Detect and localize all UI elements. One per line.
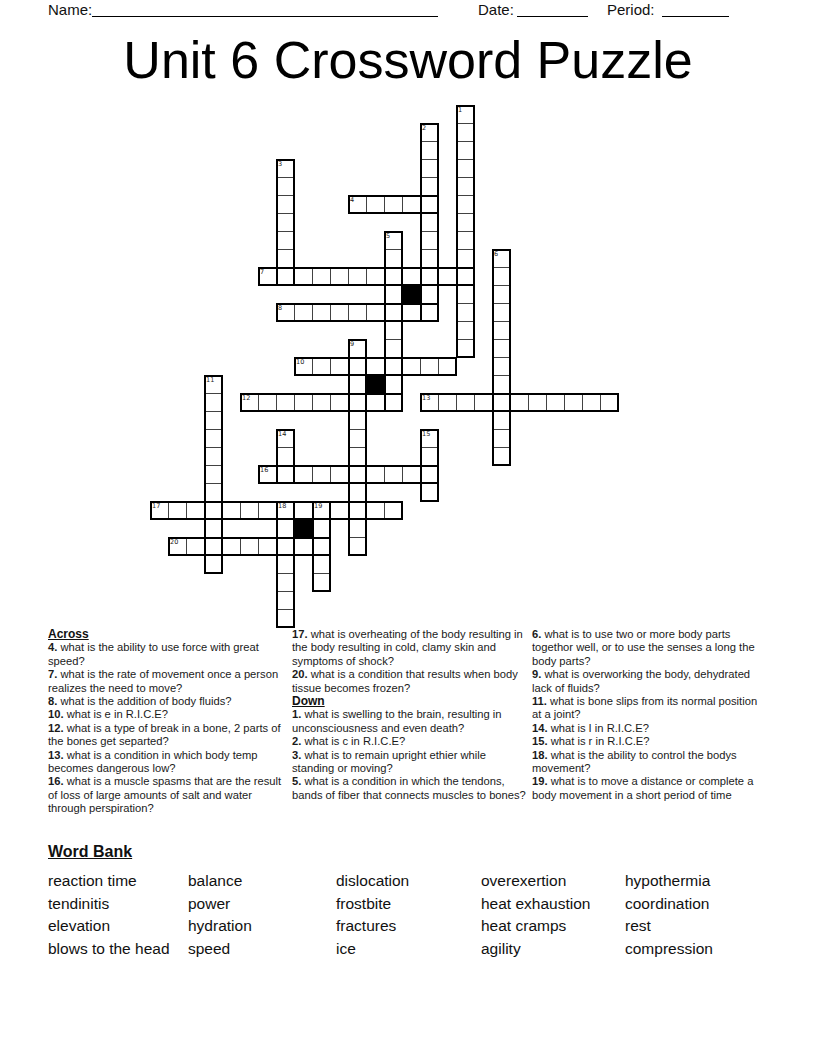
grid-cell[interactable] xyxy=(204,375,223,394)
grid-cell[interactable] xyxy=(348,411,367,430)
grid-cell[interactable] xyxy=(456,195,475,214)
grid-cell[interactable] xyxy=(276,393,295,412)
grid-cell[interactable] xyxy=(276,501,295,520)
grid-cell[interactable] xyxy=(330,267,349,286)
grid-cell[interactable] xyxy=(276,267,295,286)
grid-cell[interactable] xyxy=(456,231,475,250)
grid-cell[interactable] xyxy=(456,141,475,160)
grid-cell[interactable] xyxy=(348,447,367,466)
grid-cell[interactable] xyxy=(276,177,295,196)
grid-cell[interactable] xyxy=(294,303,313,322)
clue-across-16: 16. what is a muscle spasms that are the… xyxy=(48,775,284,815)
clue-down-19: 19. what is to move a distance or comple… xyxy=(532,775,768,802)
grid-cell[interactable] xyxy=(294,501,313,520)
grid-cell[interactable] xyxy=(402,267,421,286)
grid-cell[interactable] xyxy=(222,501,241,520)
grid-cell[interactable] xyxy=(366,501,385,520)
grid-cell[interactable] xyxy=(474,393,493,412)
grid-cell[interactable] xyxy=(168,537,187,556)
grid-cell[interactable] xyxy=(276,519,295,538)
grid-cell[interactable] xyxy=(456,213,475,232)
grid-cell[interactable] xyxy=(258,393,277,412)
grid-cell[interactable] xyxy=(258,465,277,484)
grid-cell[interactable] xyxy=(492,393,511,412)
grid-cell[interactable] xyxy=(456,393,475,412)
clue-down-18: 18. what is the ability to control the b… xyxy=(532,749,768,776)
grid-cell[interactable] xyxy=(420,393,439,412)
grid-cell[interactable] xyxy=(312,303,331,322)
grid-cell[interactable] xyxy=(240,537,259,556)
clue-column-2: 17. what is overheating of the body resu… xyxy=(292,628,528,802)
clue-column-1: Across4. what is the ability to use forc… xyxy=(48,628,284,816)
grid-cell[interactable] xyxy=(366,195,385,214)
word-bank-item: power xyxy=(188,895,336,918)
word-bank-item: agility xyxy=(481,940,625,963)
grid-cell[interactable] xyxy=(204,447,223,466)
grid-cell[interactable] xyxy=(348,393,367,412)
clue-column-3: 6. what is to use two or more body parts… xyxy=(532,628,768,802)
grid-cell[interactable] xyxy=(294,267,313,286)
grid-cell[interactable] xyxy=(492,375,511,394)
grid-cell[interactable] xyxy=(420,267,439,286)
grid-cell[interactable] xyxy=(186,537,205,556)
grid-cell[interactable] xyxy=(384,501,403,520)
word-bank-item: reaction time xyxy=(48,872,188,895)
grid-cell[interactable] xyxy=(492,285,511,304)
grid-cell[interactable] xyxy=(294,393,313,412)
grid-cell[interactable] xyxy=(384,393,403,412)
grid-cell[interactable] xyxy=(258,267,277,286)
word-bank: Word Bank reaction timebalancedislocatio… xyxy=(48,843,778,962)
grid-cell[interactable] xyxy=(276,465,295,484)
grid-cell[interactable] xyxy=(204,483,223,502)
grid-cell[interactable] xyxy=(366,303,385,322)
grid-cell[interactable] xyxy=(384,375,403,394)
grid-cell[interactable] xyxy=(420,141,439,160)
grid-cell[interactable] xyxy=(168,501,187,520)
grid-cell[interactable] xyxy=(438,267,457,286)
grid-cell[interactable] xyxy=(420,483,439,502)
word-bank-item: rest xyxy=(625,917,778,940)
grid-cell[interactable] xyxy=(222,537,241,556)
grid-cell[interactable] xyxy=(348,537,367,556)
word-bank-grid: reaction timebalancedislocationoverexert… xyxy=(48,872,778,962)
grid-cell[interactable] xyxy=(276,195,295,214)
grid-cell[interactable] xyxy=(312,537,331,556)
grid-cell[interactable] xyxy=(204,429,223,448)
grid-cell[interactable] xyxy=(348,519,367,538)
clue-down-2: 2. what is c in R.I.C.E? xyxy=(292,735,528,748)
word-bank-item: heat exhaustion xyxy=(481,895,625,918)
down-clues-header: Down xyxy=(292,695,528,708)
grid-cell[interactable] xyxy=(186,501,205,520)
clue-across-17: 17. what is overheating of the body resu… xyxy=(292,628,528,668)
grid-cell[interactable] xyxy=(204,555,223,574)
grid-cell[interactable] xyxy=(492,321,511,340)
grid-cell[interactable] xyxy=(312,393,331,412)
grid-cell[interactable] xyxy=(528,393,547,412)
clue-across-12: 12. what is a type of break in a bone, 2… xyxy=(48,722,284,749)
grid-cell[interactable] xyxy=(294,465,313,484)
grid-cell[interactable] xyxy=(600,393,619,412)
grid-cell[interactable] xyxy=(420,249,439,268)
grid-cell[interactable] xyxy=(384,267,403,286)
word-bank-item: elevation xyxy=(48,917,188,940)
grid-cell[interactable] xyxy=(420,231,439,250)
grid-cell[interactable] xyxy=(402,465,421,484)
word-bank-header: Word Bank xyxy=(48,843,778,861)
word-bank-item: hypothermia xyxy=(625,872,778,895)
grid-cell[interactable] xyxy=(420,195,439,214)
grid-cell[interactable] xyxy=(420,447,439,466)
grid-cell[interactable] xyxy=(276,591,295,610)
grid-cell[interactable] xyxy=(204,501,223,520)
word-bank-item: frostbite xyxy=(336,895,481,918)
black-cell xyxy=(294,519,313,538)
clue-down-6: 6. what is to use two or more body parts… xyxy=(532,628,768,668)
grid-cell[interactable] xyxy=(546,393,565,412)
grid-cell[interactable] xyxy=(420,303,439,322)
grid-cell[interactable] xyxy=(420,357,439,376)
grid-cell[interactable] xyxy=(492,447,511,466)
word-bank-item: coordination xyxy=(625,895,778,918)
clue-down-15: 15. what is r in R.I.C.E? xyxy=(532,735,768,748)
clue-down-3: 3. what is to remain upright ethier whil… xyxy=(292,749,528,776)
word-bank-item: overexertion xyxy=(481,872,625,895)
grid-cell[interactable] xyxy=(312,555,331,574)
grid-cell[interactable] xyxy=(330,465,349,484)
date-blank[interactable] xyxy=(517,3,588,17)
grid-cell[interactable] xyxy=(456,339,475,358)
grid-cell[interactable] xyxy=(276,303,295,322)
grid-cell[interactable] xyxy=(258,501,277,520)
grid-cell[interactable] xyxy=(348,375,367,394)
name-blank[interactable] xyxy=(92,3,438,17)
grid-cell[interactable] xyxy=(438,357,457,376)
clue-down-9: 9. what is overworking the body, dehydra… xyxy=(532,668,768,695)
clue-down-5: 5. what is a condition in which the tend… xyxy=(292,775,528,802)
grid-cell[interactable] xyxy=(330,303,349,322)
grid-cell[interactable] xyxy=(312,267,331,286)
clue-down-1: 1. what is swelling to the brain, result… xyxy=(292,708,528,735)
grid-cell[interactable] xyxy=(492,429,511,448)
grid-cell[interactable] xyxy=(492,411,511,430)
grid-cell[interactable] xyxy=(384,339,403,358)
grid-cell[interactable] xyxy=(456,159,475,178)
grid-cell[interactable] xyxy=(276,249,295,268)
grid-cell[interactable] xyxy=(384,195,403,214)
grid-cell[interactable] xyxy=(492,303,511,322)
grid-cell[interactable] xyxy=(204,537,223,556)
grid-cell[interactable] xyxy=(456,105,475,124)
black-cell xyxy=(402,285,421,304)
grid-cell[interactable] xyxy=(384,321,403,340)
grid-cell[interactable] xyxy=(384,249,403,268)
grid-cell[interactable] xyxy=(492,339,511,358)
grid-cell[interactable] xyxy=(402,357,421,376)
grid-cell[interactable] xyxy=(348,483,367,502)
grid-cell[interactable] xyxy=(456,285,475,304)
grid-cell[interactable] xyxy=(312,501,331,520)
grid-cell[interactable] xyxy=(420,177,439,196)
grid-cell[interactable] xyxy=(348,303,367,322)
grid-cell[interactable] xyxy=(438,393,457,412)
grid-cell[interactable] xyxy=(384,357,403,376)
grid-cell[interactable] xyxy=(276,213,295,232)
grid-cell[interactable] xyxy=(456,249,475,268)
grid-cell[interactable] xyxy=(402,195,421,214)
grid-cell[interactable] xyxy=(312,465,331,484)
grid-cell[interactable] xyxy=(330,393,349,412)
worksheet-page: Name: Date: Period: Unit 6 Crossword Puz… xyxy=(0,0,816,1056)
period-label: Period: xyxy=(607,1,655,18)
grid-cell[interactable] xyxy=(366,465,385,484)
word-bank-item: ice xyxy=(336,940,481,963)
date-label: Date: xyxy=(478,1,514,18)
clue-across-8: 8. what is the addition of body fluids? xyxy=(48,695,284,708)
grid-cell[interactable] xyxy=(240,393,259,412)
clue-across-10: 10. what is e in R.I.C.E? xyxy=(48,708,284,721)
grid-cell[interactable] xyxy=(582,393,601,412)
clue-across-4: 4. what is the ability to use force with… xyxy=(48,641,284,668)
grid-cell[interactable] xyxy=(456,303,475,322)
grid-cell[interactable] xyxy=(276,231,295,250)
grid-cell[interactable] xyxy=(420,123,439,142)
grid-cell[interactable] xyxy=(420,429,439,448)
word-bank-item: dislocation xyxy=(336,872,481,895)
clue-across-7: 7. what is the rate of movement once a p… xyxy=(48,668,284,695)
grid-cell[interactable] xyxy=(366,357,385,376)
grid-cell[interactable] xyxy=(276,537,295,556)
grid-cell[interactable] xyxy=(366,267,385,286)
grid-cell[interactable] xyxy=(456,177,475,196)
grid-cell[interactable] xyxy=(384,231,403,250)
clue-down-14: 14. what is I in R.I.C.E? xyxy=(532,722,768,735)
grid-cell[interactable] xyxy=(276,555,295,574)
grid-cell[interactable] xyxy=(510,393,529,412)
grid-cell[interactable] xyxy=(240,501,259,520)
grid-cell[interactable] xyxy=(420,465,439,484)
grid-cell[interactable] xyxy=(294,357,313,376)
grid-cell[interactable] xyxy=(348,339,367,358)
word-bank-item: hydration xyxy=(188,917,336,940)
grid-cell[interactable] xyxy=(456,123,475,142)
grid-cell[interactable] xyxy=(348,465,367,484)
word-bank-item: fractures xyxy=(336,917,481,940)
grid-cell[interactable] xyxy=(456,267,475,286)
period-blank[interactable] xyxy=(662,3,729,17)
crossword-grid: 1234567891011121314151617181920 xyxy=(150,105,619,628)
grid-cell[interactable] xyxy=(150,501,169,520)
grid-cell[interactable] xyxy=(420,213,439,232)
word-bank-item: tendinitis xyxy=(48,895,188,918)
grid-cell[interactable] xyxy=(294,537,313,556)
grid-cell[interactable] xyxy=(348,429,367,448)
grid-cell[interactable] xyxy=(330,357,349,376)
grid-cell[interactable] xyxy=(312,357,331,376)
across-clues-header: Across xyxy=(48,628,284,641)
grid-cell[interactable] xyxy=(420,159,439,178)
grid-cell[interactable] xyxy=(384,303,403,322)
grid-cell[interactable] xyxy=(204,519,223,538)
grid-cell[interactable] xyxy=(204,411,223,430)
grid-cell[interactable] xyxy=(348,357,367,376)
clue-across-20: 20. what is a condition that results whe… xyxy=(292,668,528,695)
word-bank-item: balance xyxy=(188,872,336,895)
grid-cell[interactable] xyxy=(348,195,367,214)
grid-cell[interactable] xyxy=(258,537,277,556)
grid-cell[interactable] xyxy=(348,267,367,286)
grid-cell[interactable] xyxy=(276,573,295,592)
grid-cell[interactable] xyxy=(564,393,583,412)
grid-cell[interactable] xyxy=(492,249,511,268)
grid-cell[interactable] xyxy=(312,519,331,538)
black-cell xyxy=(366,375,385,394)
grid-cell[interactable] xyxy=(276,429,295,448)
page-title: Unit 6 Crossword Puzzle xyxy=(0,30,816,90)
grid-cell[interactable] xyxy=(330,501,349,520)
clue-down-11: 11. what is bone slips from its normal p… xyxy=(532,695,768,722)
grid-cell[interactable] xyxy=(492,357,511,376)
word-bank-item: compression xyxy=(625,940,778,963)
clue-across-13: 13. what is a condition in which body te… xyxy=(48,749,284,776)
grid-cell[interactable] xyxy=(384,285,403,304)
grid-cell[interactable] xyxy=(276,609,295,628)
grid-cell[interactable] xyxy=(276,159,295,178)
grid-cell[interactable] xyxy=(204,465,223,484)
word-bank-item: heat cramps xyxy=(481,917,625,940)
grid-cell[interactable] xyxy=(312,573,331,592)
grid-cell[interactable] xyxy=(492,267,511,286)
grid-cell[interactable] xyxy=(366,393,385,412)
grid-cell[interactable] xyxy=(384,465,403,484)
grid-cell[interactable] xyxy=(276,447,295,466)
grid-cell[interactable] xyxy=(348,501,367,520)
grid-cell[interactable] xyxy=(456,321,475,340)
grid-cell[interactable] xyxy=(402,303,421,322)
word-bank-item: blows to the head xyxy=(48,940,188,963)
word-bank-item: speed xyxy=(188,940,336,963)
grid-cell[interactable] xyxy=(420,285,439,304)
grid-cell[interactable] xyxy=(204,393,223,412)
name-label: Name: xyxy=(48,1,92,18)
